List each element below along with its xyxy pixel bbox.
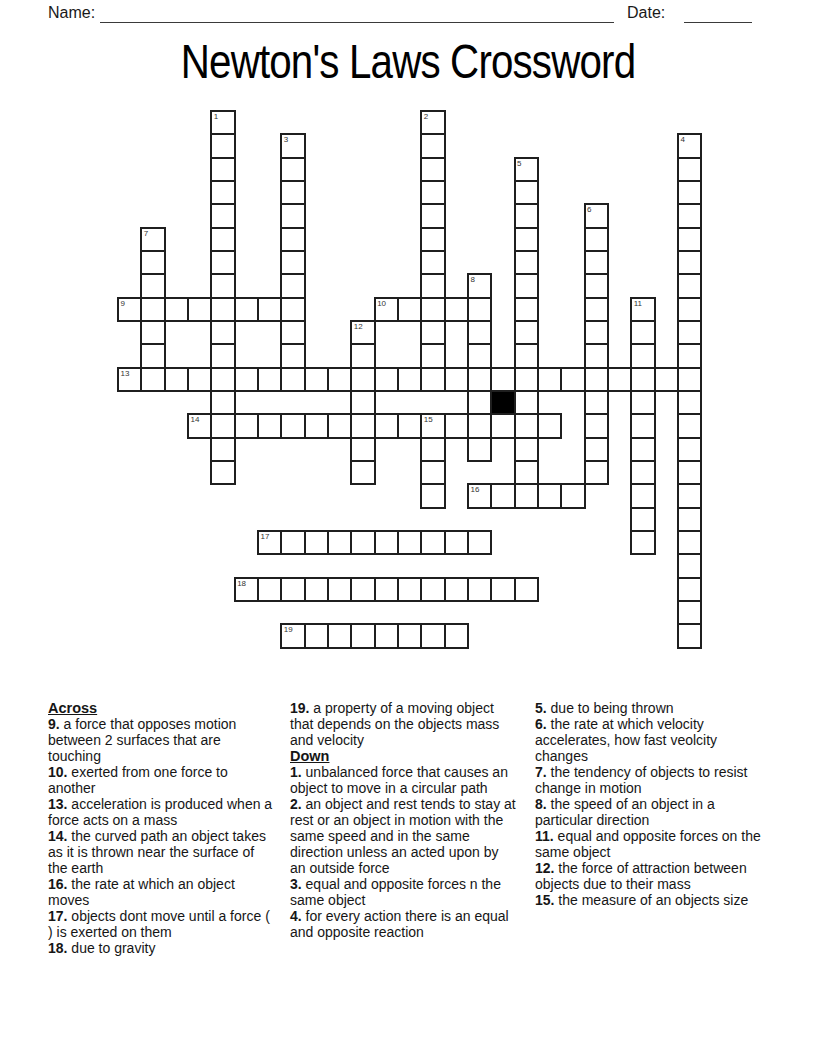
grid-cell (420, 623, 445, 648)
clue-column-down: 5. due to being thrown6. the rate at whi… (535, 700, 763, 908)
clue-item-19: 19. a property of a moving object that d… (290, 700, 518, 748)
cell-number: 9 (121, 299, 125, 308)
clue-number: 6. (535, 716, 551, 732)
grid-cell (444, 623, 469, 648)
grid-cell (420, 320, 445, 345)
grid-cell (584, 250, 609, 275)
grid-cell (677, 390, 702, 415)
grid-cell (514, 320, 539, 345)
clue-item-16: 16. the rate at which an object moves (48, 876, 273, 908)
grid-cell (140, 367, 165, 392)
cell-number: 4 (680, 135, 684, 144)
grid-cell (420, 367, 445, 392)
grid-cell: 12 (350, 320, 375, 345)
grid-cell (304, 367, 329, 392)
grid-cell (350, 367, 375, 392)
grid-cell (467, 320, 492, 345)
clue-number: 14. (48, 828, 71, 844)
grid-cell (677, 343, 702, 368)
grid-cell (327, 530, 352, 555)
grid-cell (280, 297, 305, 322)
grid-cell: 11 (630, 297, 655, 322)
grid-cell (374, 530, 399, 555)
clue-number: 8. (535, 796, 551, 812)
grid-cell (630, 437, 655, 462)
grid-cell (140, 343, 165, 368)
grid-cell (490, 413, 515, 438)
grid-cell (397, 623, 422, 648)
grid-cell (140, 320, 165, 345)
grid-cell: 8 (467, 273, 492, 298)
grid-cell (444, 413, 469, 438)
grid-cell (537, 413, 562, 438)
grid-cell (537, 367, 562, 392)
grid-cell (630, 483, 655, 508)
grid-cell (514, 460, 539, 485)
cell-number: 13 (121, 369, 130, 378)
clue-column-across: Across9. a force that opposes motion bet… (48, 700, 273, 956)
grid-cell (514, 577, 539, 602)
grid-cell (467, 530, 492, 555)
grid-cell (490, 483, 515, 508)
clue-column-middle: 19. a property of a moving object that d… (290, 700, 518, 940)
grid-cell (210, 437, 235, 462)
grid-cell (420, 180, 445, 205)
grid-cell (140, 250, 165, 275)
cell-number: 19 (284, 625, 293, 634)
grid-cell (420, 577, 445, 602)
grid-cell (280, 577, 305, 602)
grid-cell (584, 320, 609, 345)
grid-cell (514, 483, 539, 508)
grid-cell (420, 203, 445, 228)
cell-number: 12 (354, 322, 363, 331)
grid-cell (327, 413, 352, 438)
grid-cell (514, 390, 539, 415)
grid-cell (210, 273, 235, 298)
grid-cell (677, 507, 702, 532)
grid-cell (280, 413, 305, 438)
clue-section-header-across: Across (48, 700, 273, 716)
clue-item-10: 10. exerted from one force to another (48, 764, 273, 796)
grid-cell (677, 250, 702, 275)
grid-cell (677, 227, 702, 252)
grid-cell (490, 367, 515, 392)
grid-cell (397, 367, 422, 392)
clue-number: 2. (290, 796, 306, 812)
grid-cell (140, 297, 165, 322)
grid-cell (584, 227, 609, 252)
cell-number: 5 (517, 159, 521, 168)
clue-item-7: 7. the tendency of objects to resist cha… (535, 764, 763, 796)
grid-cell (280, 343, 305, 368)
grid-cell: 15 (420, 413, 445, 438)
clue-item-2: 2. an object and rest tends to stay at r… (290, 796, 518, 876)
grid-cell (210, 297, 235, 322)
grid-cell (677, 437, 702, 462)
grid-cell (210, 460, 235, 485)
grid-cell (654, 367, 679, 392)
grid-cell (304, 577, 329, 602)
grid-cell: 14 (187, 413, 212, 438)
grid-cell (467, 577, 492, 602)
grid-cell (327, 623, 352, 648)
grid-cell (350, 343, 375, 368)
name-label: Name: (48, 4, 95, 22)
grid-cell (537, 483, 562, 508)
grid-cell: 3 (280, 133, 305, 158)
grid-cell-black (490, 390, 515, 415)
grid-cell: 5 (514, 157, 539, 182)
grid-cell (677, 413, 702, 438)
grid-cell (164, 297, 189, 322)
grid-cell (234, 297, 259, 322)
grid-cell (187, 367, 212, 392)
grid-cell (420, 343, 445, 368)
cell-number: 17 (260, 532, 269, 541)
grid-cell (467, 297, 492, 322)
grid-cell (677, 600, 702, 625)
grid-cell (514, 367, 539, 392)
grid-cell (467, 343, 492, 368)
grid-cell (444, 367, 469, 392)
clue-number: 9. (48, 716, 64, 732)
clue-number: 1. (290, 764, 306, 780)
cell-number: 1 (214, 112, 218, 121)
grid-cell (420, 437, 445, 462)
grid-cell (677, 297, 702, 322)
grid-cell (350, 413, 375, 438)
clue-item-1: 1. unbalanced force that causes an objec… (290, 764, 518, 796)
grid-cell (327, 367, 352, 392)
grid-cell (490, 577, 515, 602)
clue-item-9: 9. a force that opposes motion between 2… (48, 716, 273, 764)
clue-number: 5. (535, 700, 551, 716)
grid-cell: 17 (257, 530, 282, 555)
grid-cell: 7 (140, 227, 165, 252)
clue-number: 11. (535, 828, 558, 844)
grid-cell: 13 (117, 367, 142, 392)
grid-cell (257, 577, 282, 602)
grid-cell: 6 (584, 203, 609, 228)
page-title: Newton's Laws Crossword (65, 34, 750, 89)
clue-number: 13. (48, 796, 71, 812)
clue-number: 4. (290, 908, 306, 924)
grid-cell (350, 530, 375, 555)
grid-cell (630, 390, 655, 415)
cell-number: 10 (377, 299, 386, 308)
grid-cell (514, 273, 539, 298)
grid-cell (397, 530, 422, 555)
grid-cell (420, 483, 445, 508)
grid-cell: 19 (280, 623, 305, 648)
grid-cell (420, 227, 445, 252)
grid-cell: 2 (420, 110, 445, 135)
grid-cell (210, 367, 235, 392)
cell-number: 18 (237, 579, 246, 588)
grid-cell (514, 413, 539, 438)
grid-cell (187, 297, 212, 322)
cell-number: 16 (470, 485, 479, 494)
grid-cell (467, 367, 492, 392)
clue-item-5: 5. due to being thrown (535, 700, 763, 716)
grid-cell (607, 367, 632, 392)
clue-item-17: 17. objects dont move until a force ( ) … (48, 908, 273, 940)
cell-number: 2 (424, 112, 428, 121)
grid-cell (467, 437, 492, 462)
grid-cell (280, 180, 305, 205)
grid-cell (304, 413, 329, 438)
cell-number: 7 (144, 229, 148, 238)
grid-cell (677, 577, 702, 602)
grid-cell: 18 (234, 577, 259, 602)
grid-cell (257, 413, 282, 438)
cell-number: 3 (284, 135, 288, 144)
grid-cell (677, 320, 702, 345)
grid-cell (420, 530, 445, 555)
grid-cell (630, 460, 655, 485)
grid-cell (584, 367, 609, 392)
grid-cell (514, 297, 539, 322)
grid-cell (350, 623, 375, 648)
grid-cell (210, 157, 235, 182)
grid-cell (630, 530, 655, 555)
grid-cell (444, 530, 469, 555)
grid-cell (280, 273, 305, 298)
grid-cell (420, 157, 445, 182)
grid-cell (514, 203, 539, 228)
cell-number: 8 (470, 275, 474, 284)
grid-cell (164, 367, 189, 392)
name-blank-line (100, 22, 614, 23)
grid-cell (514, 227, 539, 252)
clue-item-3: 3. equal and opposite forces n the same … (290, 876, 518, 908)
clue-number: 18. (48, 940, 71, 956)
grid-cell (630, 507, 655, 532)
grid-cell (420, 273, 445, 298)
grid-cell (677, 273, 702, 298)
grid-cell (467, 413, 492, 438)
grid-cell (677, 367, 702, 392)
cell-number: 15 (424, 415, 433, 424)
grid-cell (257, 297, 282, 322)
clue-number: 7. (535, 764, 551, 780)
grid-cell (467, 390, 492, 415)
grid-cell (257, 367, 282, 392)
clue-item-8: 8. the speed of an object in a particula… (535, 796, 763, 828)
grid-cell (304, 623, 329, 648)
grid-cell (280, 203, 305, 228)
grid-cell (350, 577, 375, 602)
grid-cell (560, 483, 585, 508)
grid-cell (374, 367, 399, 392)
clue-item-14: 14. the curved path an object takes as i… (48, 828, 273, 876)
cell-number: 11 (634, 299, 642, 308)
grid-cell (304, 530, 329, 555)
grid-cell (397, 413, 422, 438)
grid-cell (280, 367, 305, 392)
grid-cell (210, 133, 235, 158)
grid-cell (210, 320, 235, 345)
grid-cell (584, 343, 609, 368)
grid-cell (350, 460, 375, 485)
grid-cell (140, 273, 165, 298)
grid-cell (514, 437, 539, 462)
cell-number: 6 (587, 205, 591, 214)
grid-cell (210, 180, 235, 205)
grid-cell (444, 297, 469, 322)
grid-cell (514, 180, 539, 205)
grid-cell (280, 157, 305, 182)
grid-cell (584, 460, 609, 485)
clue-number: 16. (48, 876, 71, 892)
grid-cell: 16 (467, 483, 492, 508)
grid-cell (677, 553, 702, 578)
grid-cell (280, 530, 305, 555)
grid-cell (584, 413, 609, 438)
grid-cell (280, 250, 305, 275)
grid-cell (280, 320, 305, 345)
grid-cell (420, 133, 445, 158)
cell-number: 14 (190, 415, 199, 424)
grid-cell (584, 273, 609, 298)
clue-item-18: 18. due to gravity (48, 940, 273, 956)
grid-cell (374, 413, 399, 438)
grid-cell (280, 227, 305, 252)
grid-cell (677, 203, 702, 228)
grid-cell (350, 437, 375, 462)
clue-item-6: 6. the rate at which velocity accelerate… (535, 716, 763, 764)
date-blank-line (684, 22, 752, 23)
grid-cell (234, 367, 259, 392)
grid-cell (677, 530, 702, 555)
grid-cell (677, 180, 702, 205)
grid-cell (677, 157, 702, 182)
grid-cell (584, 297, 609, 322)
grid-cell (444, 577, 469, 602)
grid-cell (397, 297, 422, 322)
grid-cell (584, 437, 609, 462)
clue-item-11: 11. equal and opposite forces on the sam… (535, 828, 763, 860)
grid-cell: 1 (210, 110, 235, 135)
clue-number: 17. (48, 908, 71, 924)
grid-cell (630, 413, 655, 438)
grid-cell (630, 320, 655, 345)
grid-cell (234, 413, 259, 438)
grid-cell: 4 (677, 133, 702, 158)
grid-cell (374, 577, 399, 602)
grid-cell (630, 343, 655, 368)
date-label: Date: (627, 4, 665, 22)
clue-number: 12. (535, 860, 558, 876)
grid-cell (327, 577, 352, 602)
clue-number: 3. (290, 876, 306, 892)
grid-cell (210, 413, 235, 438)
grid-cell (210, 203, 235, 228)
clue-item-13: 13. acceleration is produced when a forc… (48, 796, 273, 828)
grid-cell (210, 390, 235, 415)
grid-cell (514, 343, 539, 368)
grid-cell (397, 577, 422, 602)
grid-cell: 9 (117, 297, 142, 322)
grid-cell (210, 250, 235, 275)
clue-section-header-down: Down (290, 748, 518, 764)
grid-cell (420, 297, 445, 322)
grid-cell (420, 250, 445, 275)
grid-cell (420, 460, 445, 485)
grid-cell (677, 483, 702, 508)
grid-cell (210, 343, 235, 368)
clue-number: 19. (290, 700, 313, 716)
grid-cell (584, 390, 609, 415)
grid-cell: 10 (374, 297, 399, 322)
grid-cell (560, 367, 585, 392)
clue-item-12: 12. the force of attraction between obje… (535, 860, 763, 892)
clue-number: 10. (48, 764, 71, 780)
grid-cell (677, 623, 702, 648)
grid-cell (630, 367, 655, 392)
clue-item-15: 15. the measure of an objects size (535, 892, 763, 908)
grid-cell (514, 250, 539, 275)
grid-cell (350, 390, 375, 415)
grid-cell (374, 623, 399, 648)
grid-cell (677, 460, 702, 485)
grid-cell (210, 227, 235, 252)
clue-item-4: 4. for every action there is an equal an… (290, 908, 518, 940)
clue-number: 15. (535, 892, 558, 908)
